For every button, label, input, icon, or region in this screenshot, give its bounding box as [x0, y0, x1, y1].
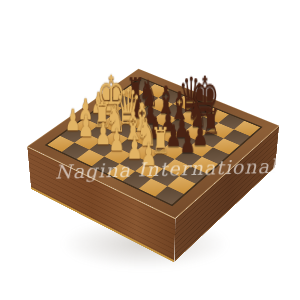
- scene: ♜♞♟♛♝♟♚♟♚♝♟♛♜♟♞♟♝♞♟♜♟♟♝♟♟♟♞♟♟♜♟♟: [0, 0, 300, 300]
- chess-piece-light-pawn: ♟: [128, 139, 168, 170]
- chess-box: ♜♞♟♛♝♟♚♟♚♝♟♛♜♟♞♟♝♞♟♜♟♟♝♟♟♟♞♟♟♜♟♟: [27, 69, 279, 219]
- product-photo: ♜♞♟♛♝♟♚♟♚♝♟♛♜♟♞♟♝♞♟♜♟♟♝♟♟♟♞♟♟♜♟♟ Nagina …: [0, 0, 300, 300]
